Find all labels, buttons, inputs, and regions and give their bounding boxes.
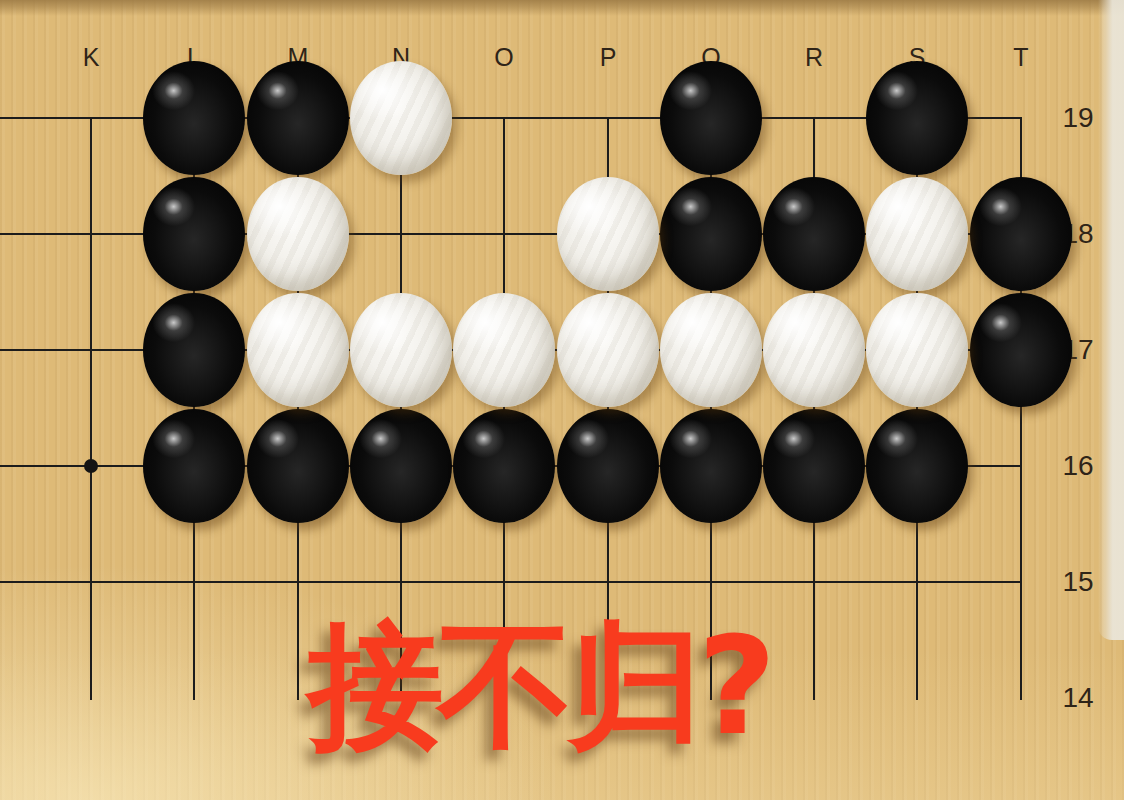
go-board-diagram: KLMNOPQRST191817161514 接不归? <box>0 0 1124 800</box>
stone-black-N16 <box>350 409 452 523</box>
stone-white-R17 <box>763 293 865 407</box>
stone-black-R18 <box>763 177 865 291</box>
column-label-P: P <box>600 43 617 72</box>
stone-white-P17 <box>557 293 659 407</box>
grid-line-row-15 <box>0 581 1022 583</box>
column-label-T: T <box>1013 43 1028 72</box>
stone-black-Q16 <box>660 409 762 523</box>
stone-white-O17 <box>453 293 555 407</box>
stone-black-M19 <box>247 61 349 175</box>
stone-white-S18 <box>866 177 968 291</box>
stone-black-P16 <box>557 409 659 523</box>
stone-black-L19 <box>143 61 245 175</box>
stone-black-T18 <box>970 177 1072 291</box>
stone-black-M16 <box>247 409 349 523</box>
column-label-R: R <box>805 43 823 72</box>
stone-black-O16 <box>453 409 555 523</box>
stone-white-M18 <box>247 177 349 291</box>
stone-black-L16 <box>143 409 245 523</box>
stone-white-S17 <box>866 293 968 407</box>
stone-white-Q17 <box>660 293 762 407</box>
caption-text: 接不归? <box>0 612 1078 762</box>
stone-black-R16 <box>763 409 865 523</box>
column-label-K: K <box>83 43 100 72</box>
stone-black-Q19 <box>660 61 762 175</box>
stone-white-P18 <box>557 177 659 291</box>
stone-white-N17 <box>350 293 452 407</box>
board-edge-highlight <box>1098 0 1124 640</box>
column-label-O: O <box>494 43 513 72</box>
stone-black-Q18 <box>660 177 762 291</box>
stone-white-M17 <box>247 293 349 407</box>
stone-black-S16 <box>866 409 968 523</box>
row-label-16: 16 <box>1062 450 1093 482</box>
stone-black-T17 <box>970 293 1072 407</box>
row-label-15: 15 <box>1062 566 1093 598</box>
stone-black-L17 <box>143 293 245 407</box>
star-point-K16 <box>84 459 98 473</box>
stone-black-L18 <box>143 177 245 291</box>
row-label-19: 19 <box>1062 102 1093 134</box>
stone-black-S19 <box>866 61 968 175</box>
stone-white-N19 <box>350 61 452 175</box>
